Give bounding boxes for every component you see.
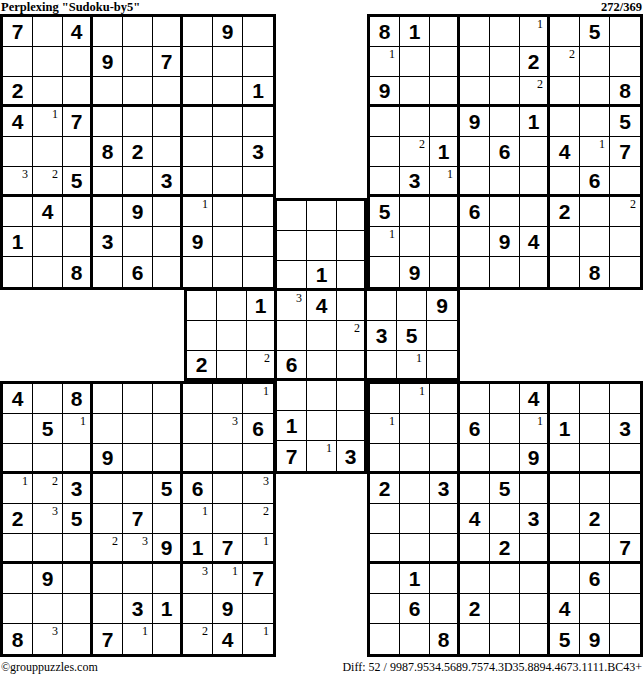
cell-r8c17[interactable]: 9 <box>490 227 520 257</box>
cell-r3c19[interactable] <box>550 77 580 107</box>
cell-r16c15[interactable]: 3 <box>430 474 460 504</box>
cell-r18c15[interactable] <box>430 534 460 564</box>
cell-r9c13[interactable] <box>370 257 400 287</box>
cell-r12c7[interactable]: 2 <box>187 351 217 381</box>
cell-r7c21[interactable]: 2 <box>610 197 640 227</box>
cell-r17c8[interactable] <box>213 504 243 534</box>
cell-r3c6[interactable] <box>153 77 183 107</box>
cell-r6c8[interactable] <box>213 167 243 197</box>
cell-r17c6[interactable] <box>153 504 183 534</box>
cell-r7c4[interactable] <box>93 197 123 227</box>
cell-r11c15[interactable] <box>427 321 457 351</box>
cell-r14c13[interactable]: 1 <box>370 414 400 444</box>
cell-r14c7[interactable] <box>183 414 213 444</box>
cell-r16c19[interactable] <box>550 474 580 504</box>
cell-r19c19[interactable] <box>550 564 580 594</box>
cell-r5c3[interactable] <box>63 137 93 167</box>
cell-r19c4[interactable] <box>93 564 123 594</box>
cell-r20c8[interactable]: 9 <box>213 594 243 624</box>
cell-r4c4[interactable] <box>93 107 123 137</box>
cell-r15c10[interactable]: 7 <box>277 441 307 471</box>
cell-r17c18[interactable]: 3 <box>520 504 550 534</box>
cell-r13c13[interactable] <box>370 384 400 414</box>
cell-r18c9[interactable]: 1 <box>243 534 273 564</box>
cell-r13c21[interactable] <box>610 384 640 414</box>
cell-r5c1[interactable] <box>3 137 33 167</box>
cell-r20c5[interactable]: 3 <box>123 594 153 624</box>
cell-r6c19[interactable] <box>550 167 580 197</box>
cell-r17c16[interactable]: 4 <box>460 504 490 534</box>
cell-r20c6[interactable]: 1 <box>153 594 183 624</box>
cell-r13c10[interactable] <box>277 381 307 411</box>
cell-r6c18[interactable] <box>520 167 550 197</box>
cell-r9c20[interactable]: 8 <box>580 257 610 287</box>
cell-r21c18[interactable] <box>520 624 550 654</box>
cell-r7c5[interactable]: 9 <box>123 197 153 227</box>
cell-r21c20[interactable]: 9 <box>580 624 610 654</box>
cell-r18c3[interactable] <box>63 534 93 564</box>
cell-r16c2[interactable]: 2 <box>33 474 63 504</box>
cell-r1c5[interactable] <box>123 17 153 47</box>
cell-r9c1[interactable] <box>3 257 33 287</box>
cell-r14c5[interactable] <box>123 414 153 444</box>
cell-r21c2[interactable]: 3 <box>33 624 63 654</box>
cell-r19c14[interactable]: 1 <box>400 564 430 594</box>
cell-r7c19[interactable]: 2 <box>550 197 580 227</box>
cell-r10c12[interactable] <box>337 291 367 321</box>
cell-r3c14[interactable] <box>400 77 430 107</box>
cell-r3c7[interactable] <box>183 77 213 107</box>
cell-r19c9[interactable]: 7 <box>243 564 273 594</box>
cell-r8c21[interactable] <box>610 227 640 257</box>
cell-r4c21[interactable]: 5 <box>610 107 640 137</box>
cell-r12c12[interactable] <box>337 351 367 381</box>
cell-r18c17[interactable]: 2 <box>490 534 520 564</box>
cell-r7c20[interactable] <box>580 197 610 227</box>
cell-r13c1[interactable]: 4 <box>3 384 33 414</box>
cell-r4c17[interactable] <box>490 107 520 137</box>
cell-r3c20[interactable] <box>580 77 610 107</box>
cell-r13c2[interactable] <box>33 384 63 414</box>
cell-r2c3[interactable] <box>63 47 93 77</box>
cell-r18c1[interactable] <box>3 534 33 564</box>
cell-r14c2[interactable]: 5 <box>33 414 63 444</box>
cell-r18c18[interactable] <box>520 534 550 564</box>
cell-r10c15[interactable]: 9 <box>427 291 457 321</box>
cell-r1c13[interactable]: 8 <box>370 17 400 47</box>
cell-r7c13[interactable]: 5 <box>370 197 400 227</box>
cell-r17c17[interactable] <box>490 504 520 534</box>
cell-r13c20[interactable] <box>580 384 610 414</box>
cell-r14c20[interactable] <box>580 414 610 444</box>
cell-r8c16[interactable] <box>460 227 490 257</box>
cell-r16c14[interactable] <box>400 474 430 504</box>
cell-r7c6[interactable] <box>153 197 183 227</box>
cell-r15c12[interactable]: 3 <box>337 441 367 471</box>
cell-r19c21[interactable] <box>610 564 640 594</box>
cell-r6c15[interactable]: 1 <box>430 167 460 197</box>
cell-r8c20[interactable] <box>580 227 610 257</box>
cell-r2c19[interactable]: 2 <box>550 47 580 77</box>
cell-r15c13[interactable] <box>370 444 400 474</box>
cell-r9c10[interactable] <box>277 261 307 291</box>
cell-r7c2[interactable]: 4 <box>33 197 63 227</box>
cell-r5c6[interactable] <box>153 137 183 167</box>
cell-r13c4[interactable] <box>93 384 123 414</box>
cell-r6c6[interactable]: 3 <box>153 167 183 197</box>
cell-r18c13[interactable] <box>370 534 400 564</box>
cell-r17c3[interactable]: 5 <box>63 504 93 534</box>
cell-r19c5[interactable] <box>123 564 153 594</box>
cell-r15c2[interactable] <box>33 444 63 474</box>
cell-r19c20[interactable]: 6 <box>580 564 610 594</box>
cell-r5c4[interactable]: 8 <box>93 137 123 167</box>
cell-r15c6[interactable] <box>153 444 183 474</box>
cell-r13c16[interactable] <box>460 384 490 414</box>
cell-r1c6[interactable] <box>153 17 183 47</box>
cell-r16c13[interactable]: 2 <box>370 474 400 504</box>
cell-r7c12[interactable] <box>337 201 367 231</box>
cell-r5c14[interactable]: 2 <box>400 137 430 167</box>
cell-r18c14[interactable] <box>400 534 430 564</box>
cell-r8c15[interactable] <box>430 227 460 257</box>
cell-r13c17[interactable] <box>490 384 520 414</box>
cell-r1c16[interactable] <box>460 17 490 47</box>
cell-r5c13[interactable] <box>370 137 400 167</box>
cell-r9c5[interactable]: 6 <box>123 257 153 287</box>
cell-r14c11[interactable] <box>307 411 337 441</box>
cell-r2c5[interactable] <box>123 47 153 77</box>
cell-r20c4[interactable] <box>93 594 123 624</box>
cell-r15c11[interactable]: 1 <box>307 441 337 471</box>
cell-r7c16[interactable]: 6 <box>460 197 490 227</box>
cell-r1c18[interactable]: 1 <box>520 17 550 47</box>
cell-r4c19[interactable] <box>550 107 580 137</box>
cell-r14c4[interactable] <box>93 414 123 444</box>
cell-r9c3[interactable]: 8 <box>63 257 93 287</box>
cell-r6c14[interactable]: 3 <box>400 167 430 197</box>
cell-r3c17[interactable] <box>490 77 520 107</box>
cell-r7c8[interactable] <box>213 197 243 227</box>
cell-r9c11[interactable]: 1 <box>307 261 337 291</box>
cell-r13c5[interactable] <box>123 384 153 414</box>
cell-r7c3[interactable] <box>63 197 93 227</box>
cell-r8c3[interactable] <box>63 227 93 257</box>
cell-r19c2[interactable]: 9 <box>33 564 63 594</box>
cell-r21c7[interactable]: 2 <box>183 624 213 654</box>
cell-r8c13[interactable]: 1 <box>370 227 400 257</box>
cell-r6c17[interactable] <box>490 167 520 197</box>
cell-r2c2[interactable] <box>33 47 63 77</box>
cell-r14c19[interactable]: 1 <box>550 414 580 444</box>
cell-r21c1[interactable]: 8 <box>3 624 33 654</box>
cell-r5c18[interactable] <box>520 137 550 167</box>
cell-r8c10[interactable] <box>277 231 307 261</box>
cell-r1c4[interactable] <box>93 17 123 47</box>
cell-r17c21[interactable] <box>610 504 640 534</box>
cell-r16c5[interactable] <box>123 474 153 504</box>
cell-r9c14[interactable]: 9 <box>400 257 430 287</box>
cell-r7c15[interactable] <box>430 197 460 227</box>
cell-r21c4[interactable]: 7 <box>93 624 123 654</box>
cell-r9c15[interactable] <box>430 257 460 287</box>
cell-r4c15[interactable] <box>430 107 460 137</box>
cell-r17c9[interactable]: 2 <box>243 504 273 534</box>
cell-r14c17[interactable] <box>490 414 520 444</box>
cell-r16c6[interactable]: 5 <box>153 474 183 504</box>
cell-r14c9[interactable]: 6 <box>243 414 273 444</box>
cell-r3c16[interactable] <box>460 77 490 107</box>
cell-r15c19[interactable] <box>550 444 580 474</box>
cell-r16c7[interactable]: 6 <box>183 474 213 504</box>
cell-r9c4[interactable] <box>93 257 123 287</box>
cell-r6c13[interactable] <box>370 167 400 197</box>
cell-r7c17[interactable] <box>490 197 520 227</box>
cell-r3c1[interactable]: 2 <box>3 77 33 107</box>
cell-r21c6[interactable] <box>153 624 183 654</box>
cell-r3c5[interactable] <box>123 77 153 107</box>
cell-r13c11[interactable] <box>307 381 337 411</box>
cell-r8c2[interactable] <box>33 227 63 257</box>
cell-r6c21[interactable] <box>610 167 640 197</box>
cell-r17c19[interactable] <box>550 504 580 534</box>
cell-r5c7[interactable] <box>183 137 213 167</box>
cell-r3c18[interactable]: 2 <box>520 77 550 107</box>
cell-r5c8[interactable] <box>213 137 243 167</box>
cell-r20c15[interactable] <box>430 594 460 624</box>
cell-r9c16[interactable] <box>460 257 490 287</box>
cell-r5c2[interactable] <box>33 137 63 167</box>
cell-r15c3[interactable] <box>63 444 93 474</box>
cell-r17c5[interactable]: 7 <box>123 504 153 534</box>
cell-r17c13[interactable] <box>370 504 400 534</box>
cell-r18c16[interactable] <box>460 534 490 564</box>
cell-r2c18[interactable]: 2 <box>520 47 550 77</box>
cell-r15c8[interactable] <box>213 444 243 474</box>
cell-r6c9[interactable] <box>243 167 273 197</box>
cell-r7c7[interactable]: 1 <box>183 197 213 227</box>
cell-r9c18[interactable] <box>520 257 550 287</box>
cell-r21c19[interactable]: 5 <box>550 624 580 654</box>
cell-r9c6[interactable] <box>153 257 183 287</box>
cell-r8c14[interactable] <box>400 227 430 257</box>
cell-r11c12[interactable]: 2 <box>337 321 367 351</box>
cell-r14c6[interactable] <box>153 414 183 444</box>
cell-r17c1[interactable]: 2 <box>3 504 33 534</box>
cell-r15c15[interactable] <box>430 444 460 474</box>
cell-r20c7[interactable] <box>183 594 213 624</box>
cell-r11c9[interactable] <box>247 321 277 351</box>
cell-r10c11[interactable]: 4 <box>307 291 337 321</box>
cell-r20c16[interactable]: 2 <box>460 594 490 624</box>
cell-r6c4[interactable] <box>93 167 123 197</box>
cell-r20c21[interactable] <box>610 594 640 624</box>
cell-r19c8[interactable]: 1 <box>213 564 243 594</box>
cell-r21c9[interactable]: 1 <box>243 624 273 654</box>
cell-r5c15[interactable]: 1 <box>430 137 460 167</box>
cell-r20c9[interactable] <box>243 594 273 624</box>
cell-r7c18[interactable] <box>520 197 550 227</box>
cell-r18c8[interactable]: 7 <box>213 534 243 564</box>
cell-r9c2[interactable] <box>33 257 63 287</box>
cell-r13c12[interactable] <box>337 381 367 411</box>
cell-r12c15[interactable] <box>427 351 457 381</box>
cell-r17c15[interactable] <box>430 504 460 534</box>
cell-r4c5[interactable] <box>123 107 153 137</box>
cell-r11c11[interactable] <box>307 321 337 351</box>
cell-r16c8[interactable] <box>213 474 243 504</box>
cell-r5c19[interactable]: 4 <box>550 137 580 167</box>
cell-r8c5[interactable] <box>123 227 153 257</box>
cell-r16c20[interactable] <box>580 474 610 504</box>
cell-r20c3[interactable] <box>63 594 93 624</box>
cell-r4c14[interactable] <box>400 107 430 137</box>
cell-r4c2[interactable]: 1 <box>33 107 63 137</box>
cell-r8c9[interactable] <box>243 227 273 257</box>
cell-r4c6[interactable] <box>153 107 183 137</box>
cell-r5c16[interactable] <box>460 137 490 167</box>
cell-r21c15[interactable]: 8 <box>430 624 460 654</box>
cell-r11c13[interactable]: 3 <box>367 321 397 351</box>
cell-r13c3[interactable]: 8 <box>63 384 93 414</box>
cell-r19c15[interactable] <box>430 564 460 594</box>
cell-r14c1[interactable] <box>3 414 33 444</box>
cell-r2c7[interactable] <box>183 47 213 77</box>
cell-r7c1[interactable] <box>3 197 33 227</box>
cell-r14c10[interactable]: 1 <box>277 411 307 441</box>
cell-r2c17[interactable] <box>490 47 520 77</box>
cell-r12c9[interactable]: 2 <box>247 351 277 381</box>
cell-r19c7[interactable]: 3 <box>183 564 213 594</box>
cell-r3c2[interactable] <box>33 77 63 107</box>
cell-r14c3[interactable]: 1 <box>63 414 93 444</box>
cell-r1c17[interactable] <box>490 17 520 47</box>
cell-r8c11[interactable] <box>307 231 337 261</box>
cell-r10c13[interactable] <box>367 291 397 321</box>
cell-r20c1[interactable] <box>3 594 33 624</box>
cell-r4c8[interactable] <box>213 107 243 137</box>
cell-r3c4[interactable] <box>93 77 123 107</box>
cell-r3c21[interactable]: 8 <box>610 77 640 107</box>
cell-r15c17[interactable] <box>490 444 520 474</box>
cell-r5c21[interactable]: 7 <box>610 137 640 167</box>
cell-r12c10[interactable]: 6 <box>277 351 307 381</box>
cell-r19c16[interactable] <box>460 564 490 594</box>
cell-r13c18[interactable]: 4 <box>520 384 550 414</box>
cell-r2c8[interactable] <box>213 47 243 77</box>
cell-r19c17[interactable] <box>490 564 520 594</box>
cell-r16c9[interactable]: 3 <box>243 474 273 504</box>
cell-r13c8[interactable] <box>213 384 243 414</box>
cell-r18c4[interactable]: 2 <box>93 534 123 564</box>
cell-r13c15[interactable] <box>430 384 460 414</box>
cell-r2c1[interactable] <box>3 47 33 77</box>
cell-r15c18[interactable]: 9 <box>520 444 550 474</box>
cell-r14c21[interactable]: 3 <box>610 414 640 444</box>
cell-r17c7[interactable]: 1 <box>183 504 213 534</box>
cell-r11c8[interactable] <box>217 321 247 351</box>
cell-r14c8[interactable]: 3 <box>213 414 243 444</box>
cell-r1c14[interactable]: 1 <box>400 17 430 47</box>
cell-r21c3[interactable] <box>63 624 93 654</box>
cell-r16c17[interactable]: 5 <box>490 474 520 504</box>
cell-r1c7[interactable] <box>183 17 213 47</box>
cell-r10c14[interactable] <box>397 291 427 321</box>
cell-r4c13[interactable] <box>370 107 400 137</box>
cell-r13c6[interactable] <box>153 384 183 414</box>
cell-r11c14[interactable]: 5 <box>397 321 427 351</box>
cell-r15c14[interactable] <box>400 444 430 474</box>
cell-r20c14[interactable]: 6 <box>400 594 430 624</box>
cell-r14c14[interactable] <box>400 414 430 444</box>
cell-r18c19[interactable] <box>550 534 580 564</box>
cell-r15c5[interactable] <box>123 444 153 474</box>
cell-r12c8[interactable] <box>217 351 247 381</box>
cell-r21c21[interactable] <box>610 624 640 654</box>
cell-r14c12[interactable] <box>337 411 367 441</box>
cell-r21c17[interactable] <box>490 624 520 654</box>
cell-r11c7[interactable] <box>187 321 217 351</box>
cell-r10c10[interactable]: 3 <box>277 291 307 321</box>
cell-r1c21[interactable] <box>610 17 640 47</box>
cell-r12c13[interactable] <box>367 351 397 381</box>
cell-r20c2[interactable] <box>33 594 63 624</box>
cell-r8c19[interactable] <box>550 227 580 257</box>
cell-r2c4[interactable]: 9 <box>93 47 123 77</box>
cell-r15c20[interactable] <box>580 444 610 474</box>
cell-r7c11[interactable] <box>307 201 337 231</box>
cell-r6c20[interactable]: 6 <box>580 167 610 197</box>
cell-r6c5[interactable] <box>123 167 153 197</box>
cell-r4c20[interactable] <box>580 107 610 137</box>
cell-r16c3[interactable]: 3 <box>63 474 93 504</box>
cell-r1c20[interactable]: 5 <box>580 17 610 47</box>
cell-r6c1[interactable]: 3 <box>3 167 33 197</box>
cell-r1c1[interactable]: 7 <box>3 17 33 47</box>
cell-r17c20[interactable]: 2 <box>580 504 610 534</box>
cell-r2c21[interactable] <box>610 47 640 77</box>
cell-r1c19[interactable] <box>550 17 580 47</box>
cell-r16c18[interactable] <box>520 474 550 504</box>
cell-r8c18[interactable]: 4 <box>520 227 550 257</box>
cell-r7c14[interactable] <box>400 197 430 227</box>
cell-r9c17[interactable] <box>490 257 520 287</box>
cell-r15c21[interactable] <box>610 444 640 474</box>
cell-r2c14[interactable] <box>400 47 430 77</box>
cell-r10c9[interactable]: 1 <box>247 291 277 321</box>
cell-r17c14[interactable] <box>400 504 430 534</box>
cell-r2c9[interactable] <box>243 47 273 77</box>
cell-r18c5[interactable]: 3 <box>123 534 153 564</box>
cell-r4c3[interactable]: 7 <box>63 107 93 137</box>
cell-r2c15[interactable] <box>430 47 460 77</box>
cell-r2c16[interactable] <box>460 47 490 77</box>
cell-r10c8[interactable] <box>217 291 247 321</box>
cell-r8c7[interactable]: 9 <box>183 227 213 257</box>
cell-r18c6[interactable]: 9 <box>153 534 183 564</box>
cell-r5c20[interactable]: 1 <box>580 137 610 167</box>
cell-r16c16[interactable] <box>460 474 490 504</box>
cell-r18c20[interactable] <box>580 534 610 564</box>
cell-r14c16[interactable]: 6 <box>460 414 490 444</box>
cell-r15c9[interactable] <box>243 444 273 474</box>
cell-r3c15[interactable] <box>430 77 460 107</box>
cell-r7c9[interactable] <box>243 197 273 227</box>
cell-r15c1[interactable] <box>3 444 33 474</box>
cell-r18c21[interactable]: 7 <box>610 534 640 564</box>
cell-r20c13[interactable] <box>370 594 400 624</box>
cell-r3c8[interactable] <box>213 77 243 107</box>
